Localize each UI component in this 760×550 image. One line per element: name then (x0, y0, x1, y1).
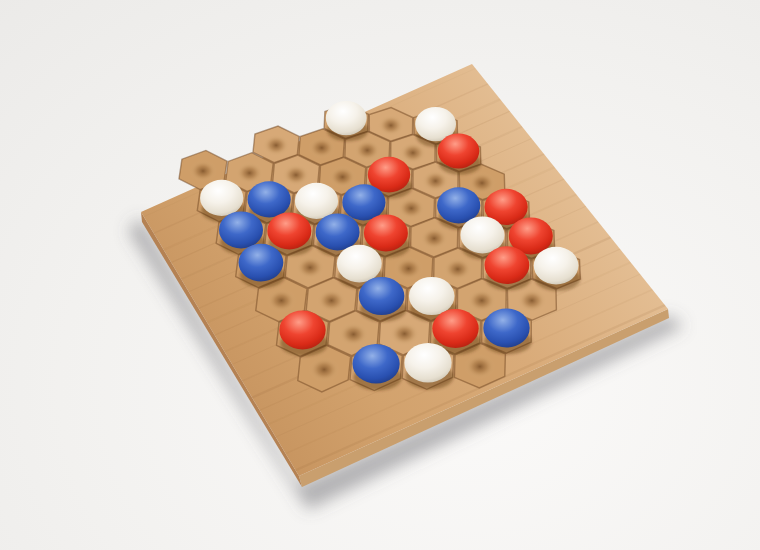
piece-dome (267, 212, 311, 249)
piece-dome (337, 245, 382, 283)
piece-dome (239, 244, 284, 282)
piece-dome (353, 344, 400, 384)
piece-dome (200, 180, 243, 216)
cell-dimple (420, 227, 449, 250)
piece-dome (461, 216, 505, 253)
cell-dimple (236, 162, 264, 184)
cell-dimple (399, 142, 426, 164)
piece-white[interactable] (326, 101, 369, 141)
piece-dome (438, 134, 480, 169)
piece-dome (359, 277, 405, 315)
piece-dome (295, 183, 338, 219)
piece-dome (483, 309, 529, 348)
cell-dimple (468, 172, 496, 194)
piece-dome (409, 277, 455, 315)
piece-dome (342, 184, 385, 220)
piece-dome (316, 213, 360, 250)
cell-dimple (262, 134, 289, 156)
cell-dimple (378, 115, 405, 137)
piece-dome (534, 247, 579, 285)
cell-dimple (397, 197, 425, 220)
cell-dimple (266, 289, 296, 313)
cell-dimple (467, 289, 497, 313)
cell-dimple (317, 289, 347, 313)
piece-dome (404, 343, 451, 383)
piece-dome (219, 211, 263, 248)
cell-dimple (189, 160, 217, 182)
piece-dome (279, 311, 325, 350)
cell-dimple (464, 354, 495, 379)
piece-dome (432, 309, 478, 348)
cell-dimple (517, 289, 547, 313)
piece-dome (485, 246, 530, 284)
cell-dimple (329, 166, 357, 188)
cell-dimple (309, 357, 340, 382)
cell-dimple (338, 322, 369, 346)
cell-dimple (394, 257, 424, 281)
piece-dome (364, 214, 408, 251)
cell-dimple (443, 257, 473, 281)
piece-dome (326, 101, 367, 135)
cell-dimple (308, 137, 335, 159)
photo-backdrop (0, 0, 760, 550)
game-board (0, 0, 760, 550)
piece-dome (248, 181, 291, 217)
cell-dimple (354, 139, 381, 161)
cell-dimple (295, 256, 325, 280)
cell-dimple (422, 170, 450, 192)
cell-dimple (282, 164, 310, 186)
cell-dimple (389, 322, 420, 346)
